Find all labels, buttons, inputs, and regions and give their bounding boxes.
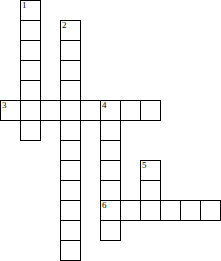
clue-number: 1 — [22, 1, 27, 10]
crossword-page: 123456 — [0, 0, 221, 261]
crossword-cell-7-5[interactable] — [140, 100, 161, 121]
crossword-cell-num-2[interactable]: 2 — [60, 20, 81, 41]
crossword-cell-3-7[interactable] — [60, 140, 81, 161]
crossword-cell-5-9[interactable] — [100, 180, 121, 201]
crossword-cell-1-2[interactable] — [20, 40, 41, 61]
crossword-cell-3-8[interactable] — [60, 160, 81, 181]
crossword-cell-3-10[interactable] — [60, 200, 81, 221]
crossword-cell-1-3[interactable] — [20, 60, 41, 81]
crossword-cell-10-10[interactable] — [200, 200, 221, 221]
crossword-board: 123456 — [0, 0, 221, 261]
crossword-cell-7-9[interactable] — [140, 180, 161, 201]
crossword-cell-1-5[interactable] — [20, 100, 41, 121]
crossword-cell-1-6[interactable] — [20, 120, 41, 141]
clue-number: 2 — [62, 21, 67, 30]
crossword-cell-5-11[interactable] — [100, 220, 121, 241]
crossword-cell-3-4[interactable] — [60, 80, 81, 101]
crossword-cell-6-5[interactable] — [120, 100, 141, 121]
crossword-cell-4-5[interactable] — [80, 100, 101, 121]
crossword-cell-1-4[interactable] — [20, 80, 41, 101]
crossword-cell-7-10[interactable] — [140, 200, 161, 221]
crossword-cell-5-8[interactable] — [100, 160, 121, 181]
clue-number: 3 — [2, 101, 7, 110]
crossword-cell-3-12[interactable] — [60, 240, 81, 261]
crossword-cell-3-2[interactable] — [60, 40, 81, 61]
crossword-cell-3-6[interactable] — [60, 120, 81, 141]
crossword-cell-5-6[interactable] — [100, 120, 121, 141]
crossword-cell-5-7[interactable] — [100, 140, 121, 161]
crossword-cell-num-6[interactable]: 6 — [100, 200, 121, 221]
crossword-cell-num-1[interactable]: 1 — [20, 0, 41, 21]
crossword-cell-3-3[interactable] — [60, 60, 81, 81]
crossword-cell-9-10[interactable] — [180, 200, 201, 221]
crossword-cell-num-3[interactable]: 3 — [0, 100, 21, 121]
crossword-cell-3-5[interactable] — [60, 100, 81, 121]
crossword-cell-1-1[interactable] — [20, 20, 41, 41]
crossword-cell-3-9[interactable] — [60, 180, 81, 201]
clue-number: 5 — [142, 161, 147, 170]
crossword-cell-2-5[interactable] — [40, 100, 61, 121]
clue-number: 4 — [102, 101, 107, 110]
crossword-cell-8-10[interactable] — [160, 200, 181, 221]
crossword-cell-num-4[interactable]: 4 — [100, 100, 121, 121]
clue-number: 6 — [102, 201, 107, 210]
crossword-cell-num-5[interactable]: 5 — [140, 160, 161, 181]
crossword-cell-3-11[interactable] — [60, 220, 81, 241]
crossword-cell-6-10[interactable] — [120, 200, 141, 221]
